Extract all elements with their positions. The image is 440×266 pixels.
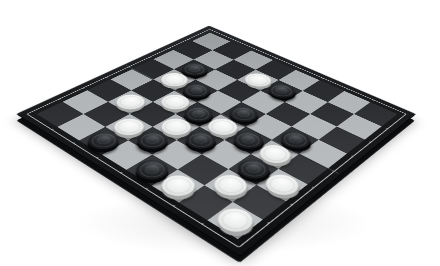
- rivet-dot: [187, 39, 189, 40]
- rivet-dot: [168, 48, 170, 49]
- product-photo: ⛀⛂⛂⛀⛂⛂⛂⛀⛂⛀⛂⛀⛀⛀⛂⛂⛀⛀⛂⛀⛂⛂⛀⛀: [0, 0, 440, 266]
- rivet-dot: [275, 58, 277, 59]
- rivet-dot: [312, 186, 315, 188]
- rivet-dot: [120, 172, 123, 174]
- rivet-dot: [82, 87, 85, 88]
- rivet-dot: [253, 48, 255, 49]
- rivet-dot: [105, 77, 108, 78]
- rivet-dot: [51, 129, 54, 131]
- rivet-dot: [57, 99, 60, 100]
- rivet-dot: [369, 141, 372, 143]
- rivet-dot: [346, 88, 349, 89]
- rivet-dot: [290, 203, 293, 205]
- rivet-dot: [298, 67, 300, 68]
- rivet-dot: [145, 188, 148, 190]
- rivet-dot: [95, 157, 98, 159]
- rivet-dot: [351, 155, 354, 157]
- rivet-dot: [201, 223, 205, 225]
- rivet-dot: [267, 222, 270, 224]
- rivet-dot: [321, 78, 324, 79]
- rivet-dot: [73, 142, 76, 144]
- rivet-dot: [148, 57, 151, 58]
- rivet-dot: [172, 205, 175, 207]
- rivet-dot: [386, 128, 389, 130]
- rivet-dot: [372, 99, 375, 100]
- rivet-dot: [232, 39, 234, 40]
